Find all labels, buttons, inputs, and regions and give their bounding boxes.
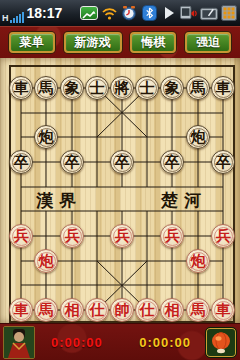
piece-red-f5-r7[interactable]: 兵 — [110, 224, 134, 248]
piece-red-f7-r10[interactable]: 相 — [160, 298, 184, 322]
phone-screen: H 18:17 — [0, 0, 240, 360]
piece-black-f8-r3[interactable]: 炮 — [186, 125, 210, 149]
piece-black-f7-r4[interactable]: 卒 — [160, 150, 184, 174]
piece-black-f3-r4[interactable]: 卒 — [60, 150, 84, 174]
keypad-icon — [220, 4, 238, 22]
piece-red-f2-r10[interactable]: 馬 — [34, 298, 58, 322]
piece-red-f8-r8[interactable]: 炮 — [186, 249, 210, 273]
piece-black-f4-r1[interactable]: 士 — [85, 76, 109, 100]
piece-red-f7-r7[interactable]: 兵 — [160, 224, 184, 248]
clock-text: 18:17 — [27, 3, 63, 23]
wifi-icon — [100, 4, 118, 22]
piece-black-f1-r4[interactable]: 卒 — [9, 150, 33, 174]
lantern-icon — [205, 327, 237, 358]
piece-red-f5-r10[interactable]: 帥 — [110, 298, 134, 322]
piece-red-f8-r10[interactable]: 馬 — [186, 298, 210, 322]
river-label-left: 漢界 — [36, 189, 82, 212]
force-button[interactable]: 强迫 — [185, 32, 231, 53]
piece-black-f2-r3[interactable]: 炮 — [34, 125, 58, 149]
piece-black-f1-r1[interactable]: 車 — [9, 76, 33, 100]
piece-black-f7-r1[interactable]: 象 — [160, 76, 184, 100]
black-player-timer: 0:00:00 — [139, 335, 191, 350]
new-game-button[interactable]: 新游戏 — [64, 32, 122, 53]
player-avatar — [3, 326, 35, 359]
network-type-indicator: H — [2, 14, 9, 23]
toolbar: 菜单 新游戏 悔棋 强迫 — [0, 26, 240, 58]
alarm-clock-icon — [120, 4, 138, 22]
status-left: H 18:17 — [2, 3, 62, 23]
xiangqi-board[interactable]: 漢界 楚河 車馬象士將士象馬車炮炮卒卒卒卒卒兵兵兵兵兵炮炮車馬相仕帥仕相馬車 — [0, 58, 240, 323]
piece-red-f9-r7[interactable]: 兵 — [211, 224, 235, 248]
phone-speaker-icon — [180, 4, 198, 22]
piece-black-f5-r1[interactable]: 將 — [110, 76, 134, 100]
piece-red-f6-r10[interactable]: 仕 — [135, 298, 159, 322]
red-player-timer: 0:00:00 — [51, 335, 103, 350]
piece-red-f2-r8[interactable]: 炮 — [34, 249, 58, 273]
bluetooth-icon — [140, 4, 158, 22]
signal-strength-icon — [10, 12, 24, 23]
piece-red-f3-r10[interactable]: 相 — [60, 298, 84, 322]
player-bar: 0:00:00 0:00:00 — [0, 323, 240, 360]
piece-black-f8-r1[interactable]: 馬 — [186, 76, 210, 100]
piece-black-f9-r1[interactable]: 車 — [211, 76, 235, 100]
piece-black-f5-r4[interactable]: 卒 — [110, 150, 134, 174]
piece-red-f9-r10[interactable]: 車 — [211, 298, 235, 322]
piece-black-f6-r1[interactable]: 士 — [135, 76, 159, 100]
piece-black-f2-r1[interactable]: 馬 — [34, 76, 58, 100]
piece-red-f1-r7[interactable]: 兵 — [9, 224, 33, 248]
piece-red-f1-r10[interactable]: 車 — [9, 298, 33, 322]
status-icons — [80, 4, 238, 22]
piece-red-f3-r7[interactable]: 兵 — [60, 224, 84, 248]
status-bar: H 18:17 — [0, 0, 240, 26]
piece-black-f3-r1[interactable]: 象 — [60, 76, 84, 100]
undo-button[interactable]: 悔棋 — [130, 32, 176, 53]
menu-button[interactable]: 菜单 — [9, 32, 55, 53]
piece-red-f4-r10[interactable]: 仕 — [85, 298, 109, 322]
piece-black-f9-r4[interactable]: 卒 — [211, 150, 235, 174]
play-icon — [160, 4, 178, 22]
tablet-pen-icon — [200, 4, 218, 22]
river-label-right: 楚河 — [161, 189, 207, 212]
chart-icon — [80, 4, 98, 22]
